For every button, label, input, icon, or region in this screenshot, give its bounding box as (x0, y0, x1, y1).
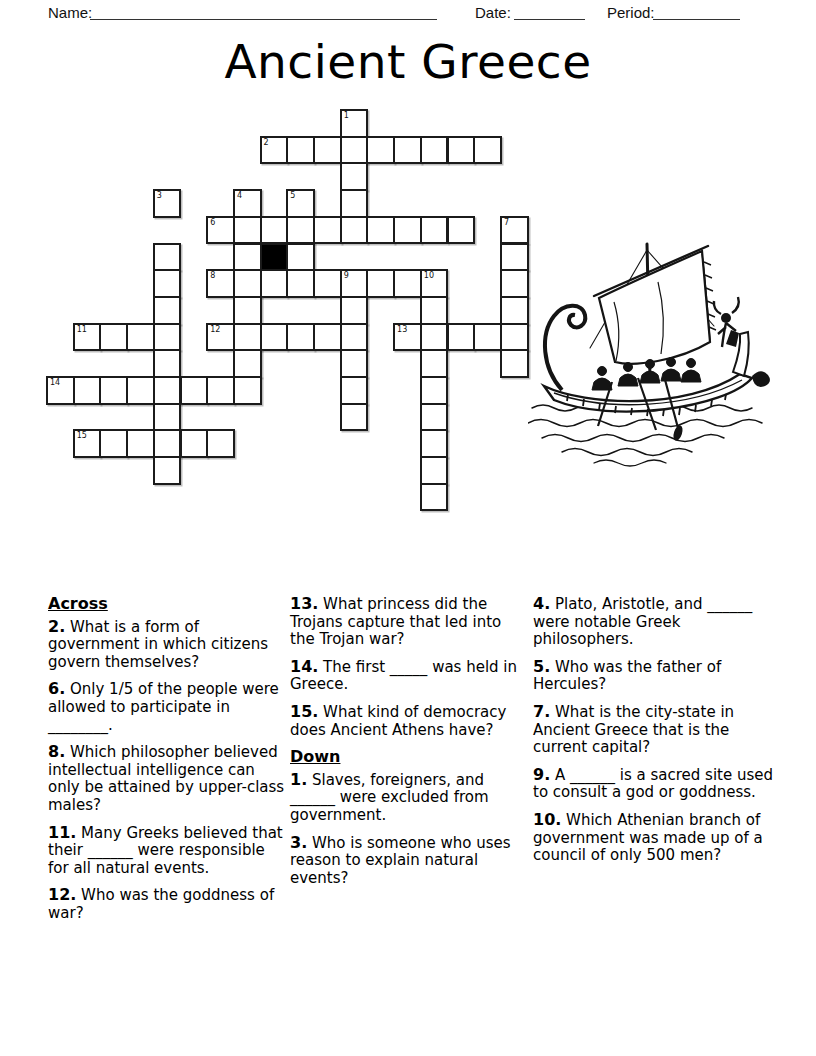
grid-cell[interactable] (233, 323, 262, 352)
grid-cell[interactable] (99, 323, 128, 352)
grid-cell[interactable]: 12 (206, 323, 235, 352)
clues-column-1: Across2. What is a form of government in… (48, 595, 286, 932)
clue-number: 11 (77, 325, 87, 334)
grid-cell[interactable] (153, 429, 182, 458)
grid-cell[interactable] (260, 323, 289, 352)
clue-number: 12 (210, 325, 220, 334)
grid-cell[interactable] (153, 296, 182, 325)
black-cell (260, 243, 289, 272)
grid-cell[interactable] (233, 376, 262, 405)
grid-cell[interactable] (180, 429, 209, 458)
grid-cell[interactable] (366, 216, 395, 245)
clue-number: 13 (397, 325, 407, 334)
grid-cell[interactable] (420, 403, 449, 432)
clue-number: 14 (50, 378, 60, 387)
clue-across-8: 8. Which philosopher believed intellectu… (48, 743, 286, 814)
clue-number: 10 (424, 271, 434, 280)
grid-cell[interactable] (420, 429, 449, 458)
clues-column-2: 13. What princess did the Trojans captur… (290, 595, 528, 896)
grid-cell[interactable] (420, 323, 449, 352)
grid-cell[interactable] (366, 136, 395, 165)
grid-cell[interactable] (420, 296, 449, 325)
grid-cell[interactable] (233, 243, 262, 272)
grid-cell[interactable] (340, 189, 369, 218)
clue-across-2: 2. What is a form of government in which… (48, 618, 286, 672)
grid-cell[interactable] (233, 296, 262, 325)
grid-cell[interactable] (420, 483, 449, 512)
grid-cell[interactable] (286, 243, 315, 272)
grid-cell[interactable] (126, 429, 155, 458)
grid-cell[interactable] (153, 376, 182, 405)
grid-cell[interactable] (420, 349, 449, 378)
clue-across-13: 13. What princess did the Trojans captur… (290, 595, 528, 649)
grid-cell[interactable] (286, 323, 315, 352)
grid-cell[interactable]: 15 (73, 429, 102, 458)
grid-cell[interactable] (500, 296, 529, 325)
grid-cell[interactable] (340, 296, 369, 325)
grid-cell[interactable] (99, 429, 128, 458)
grid-cell[interactable] (286, 269, 315, 298)
clue-number: 3 (157, 191, 162, 200)
grid-cell[interactable]: 3 (153, 189, 182, 218)
clue-number: 5 (290, 191, 295, 200)
date-blank-line[interactable] (514, 3, 585, 20)
grid-cell[interactable] (233, 216, 262, 245)
grid-cell[interactable]: 6 (206, 216, 235, 245)
clue-down-3: 3. Who is someone who uses reason to exp… (290, 834, 528, 888)
across-clues-header: Across (48, 595, 286, 613)
grid-cell[interactable] (206, 376, 235, 405)
clue-number: 9 (344, 271, 349, 280)
grid-cell[interactable] (340, 376, 369, 405)
grid-cell[interactable] (340, 136, 369, 165)
greek-ship-illustration (528, 230, 774, 472)
grid-cell[interactable]: 4 (233, 189, 262, 218)
clue-down-10: 10. Which Athenian branch of government … (533, 811, 778, 865)
clue-down-5: 5. Who was the father of Hercules? (533, 658, 778, 694)
grid-cell[interactable] (313, 323, 342, 352)
grid-cell[interactable] (313, 136, 342, 165)
grid-cell[interactable] (313, 269, 342, 298)
grid-cell[interactable] (500, 269, 529, 298)
grid-cell[interactable] (286, 136, 315, 165)
grid-cell[interactable]: 13 (393, 323, 422, 352)
clue-across-14: 14. The first _____ was held in Greece. (290, 658, 528, 694)
clue-number: 1 (344, 111, 349, 120)
date-label: Date: (475, 4, 511, 21)
clues-column-3: 4. Plato, Aristotle, and ______ were not… (533, 595, 778, 874)
grid-cell[interactable]: 14 (46, 376, 75, 405)
period-label: Period: (607, 4, 655, 21)
grid-cell[interactable] (500, 323, 529, 352)
clue-number: 8 (210, 271, 215, 280)
grid-cell[interactable]: 1 (340, 109, 369, 138)
grid-cell[interactable] (473, 136, 502, 165)
clue-number: 6 (210, 218, 215, 227)
grid-cell[interactable] (180, 376, 209, 405)
grid-cell[interactable] (340, 349, 369, 378)
grid-cell[interactable] (420, 376, 449, 405)
period-blank-line[interactable] (653, 3, 740, 20)
grid-cell[interactable] (366, 269, 395, 298)
worksheet-page: Name: Date: Period: Ancient Greece 12345… (0, 0, 816, 1056)
name-blank-line[interactable] (90, 3, 437, 20)
grid-cell[interactable] (233, 269, 262, 298)
grid-cell[interactable] (153, 349, 182, 378)
grid-cell[interactable]: 2 (260, 136, 289, 165)
grid-cell[interactable] (126, 323, 155, 352)
grid-cell[interactable] (153, 269, 182, 298)
grid-cell[interactable] (500, 243, 529, 272)
grid-cell[interactable] (340, 216, 369, 245)
grid-cell[interactable]: 5 (286, 189, 315, 218)
grid-cell[interactable] (340, 323, 369, 352)
grid-cell[interactable] (73, 376, 102, 405)
grid-cell[interactable] (473, 323, 502, 352)
clue-across-6: 6. Only 1/5 of the people were allowed t… (48, 680, 286, 734)
grid-cell[interactable] (393, 269, 422, 298)
page-title: Ancient Greece (0, 34, 816, 89)
grid-cell[interactable]: 11 (73, 323, 102, 352)
clue-across-12: 12. Who was the goddness of war? (48, 886, 286, 922)
clue-down-9: 9. A ______ is a sacred site used to con… (533, 766, 778, 802)
grid-cell[interactable] (126, 376, 155, 405)
grid-cell[interactable] (447, 323, 476, 352)
grid-cell[interactable] (153, 456, 182, 485)
clue-number: 4 (237, 191, 242, 200)
grid-cell[interactable] (233, 349, 262, 378)
grid-cell[interactable] (420, 216, 449, 245)
clue-number: 7 (504, 218, 509, 227)
grid-cell[interactable] (500, 349, 529, 378)
clue-number: 15 (77, 431, 87, 440)
grid-cell[interactable] (447, 216, 476, 245)
grid-cell[interactable] (393, 216, 422, 245)
crossword-grid: 123456789101112131415 (47, 110, 529, 512)
clue-down-4: 4. Plato, Aristotle, and ______ were not… (533, 595, 778, 649)
grid-cell[interactable] (286, 216, 315, 245)
grid-cell[interactable] (420, 456, 449, 485)
clue-down-7: 7. What is the city-state in Ancient Gre… (533, 703, 778, 757)
grid-cell[interactable]: 10 (420, 269, 449, 298)
grid-cell[interactable] (153, 323, 182, 352)
grid-cell[interactable] (313, 216, 342, 245)
grid-cell[interactable] (260, 216, 289, 245)
grid-cell[interactable]: 8 (206, 269, 235, 298)
grid-cell[interactable] (99, 376, 128, 405)
grid-cell[interactable] (153, 403, 182, 432)
clue-number: 2 (264, 138, 269, 147)
grid-cell[interactable] (340, 403, 369, 432)
grid-cell[interactable] (260, 269, 289, 298)
clue-down-1: 1. Slaves, foreigners, and ______ were e… (290, 771, 528, 825)
grid-cell[interactable] (393, 136, 422, 165)
grid-cell[interactable] (340, 162, 369, 191)
down-clues-header: Down (290, 748, 528, 766)
grid-cell[interactable] (153, 243, 182, 272)
grid-cell[interactable] (420, 136, 449, 165)
clue-across-15: 15. What kind of democracy does Ancient … (290, 703, 528, 739)
grid-cell[interactable]: 9 (340, 269, 369, 298)
grid-cell[interactable] (447, 136, 476, 165)
name-label: Name: (48, 4, 92, 21)
clue-across-11: 11. Many Greeks believed that their ____… (48, 824, 286, 878)
grid-cell[interactable]: 7 (500, 216, 529, 245)
grid-cell[interactable] (206, 429, 235, 458)
